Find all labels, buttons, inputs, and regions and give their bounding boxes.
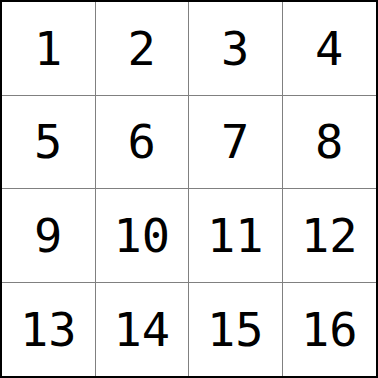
grid-cell-r4c3: 15 bbox=[189, 283, 283, 377]
grid-cell-r4c4: 16 bbox=[283, 283, 377, 377]
grid-cell-r4c2: 14 bbox=[96, 283, 190, 377]
number-grid-board: 12345678910111213141516 bbox=[0, 0, 378, 378]
grid-cell-r3c4: 12 bbox=[283, 189, 377, 283]
grid-cell-r1c1: 1 bbox=[2, 2, 96, 96]
grid-cell-r3c2: 10 bbox=[96, 189, 190, 283]
grid-cell-r2c4: 8 bbox=[283, 96, 377, 190]
grid-cell-r3c1: 9 bbox=[2, 189, 96, 283]
grid-cell-r1c2: 2 bbox=[96, 2, 190, 96]
grid-cell-r2c2: 6 bbox=[96, 96, 190, 190]
grid-cell-r4c1: 13 bbox=[2, 283, 96, 377]
grid-cell-r2c3: 7 bbox=[189, 96, 283, 190]
grid-cell-r1c3: 3 bbox=[189, 2, 283, 96]
grid-cell-r3c3: 11 bbox=[189, 189, 283, 283]
grid-cell-r1c4: 4 bbox=[283, 2, 377, 96]
grid-cell-r2c1: 5 bbox=[2, 96, 96, 190]
